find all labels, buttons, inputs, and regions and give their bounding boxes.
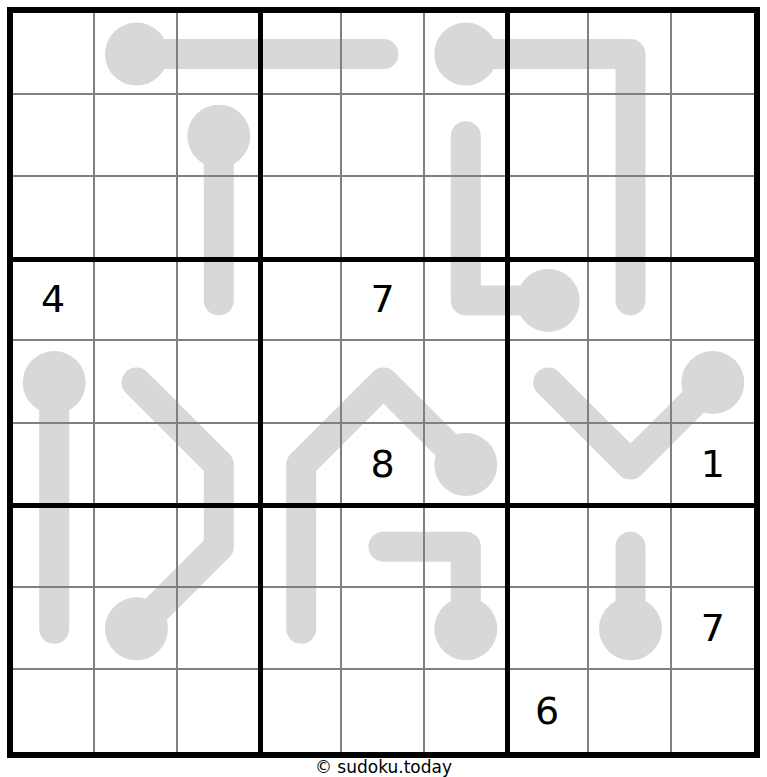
- cell-r2c5[interactable]: [342, 95, 424, 177]
- cell-r1c1[interactable]: [13, 13, 95, 95]
- cell-r6c9[interactable]: 1: [672, 424, 754, 506]
- cell-r1c2[interactable]: [95, 13, 177, 95]
- given-digit: 6: [535, 692, 559, 730]
- given-digit: 8: [370, 445, 394, 483]
- cell-r7c3[interactable]: [178, 506, 260, 588]
- given-digit: 7: [370, 280, 394, 318]
- cell-r3c6[interactable]: [425, 177, 507, 259]
- box-border-vertical-2: [505, 7, 510, 758]
- cell-r8c5[interactable]: [342, 588, 424, 670]
- thermo-sudoku-puzzle: 478176 © sudoku.today: [0, 0, 767, 777]
- cell-r9c8[interactable]: [589, 670, 671, 752]
- sudoku-grid: 478176: [7, 7, 760, 758]
- cell-r3c2[interactable]: [95, 177, 177, 259]
- cell-r8c3[interactable]: [178, 588, 260, 670]
- box-border-horizontal-1: [7, 257, 760, 262]
- cell-r7c1[interactable]: [13, 506, 95, 588]
- cell-r9c1[interactable]: [13, 670, 95, 752]
- cell-r4c8[interactable]: [589, 259, 671, 341]
- cell-r8c4[interactable]: [260, 588, 342, 670]
- cell-r4c3[interactable]: [178, 259, 260, 341]
- cell-r6c4[interactable]: [260, 424, 342, 506]
- cell-r8c7[interactable]: [507, 588, 589, 670]
- cell-r7c5[interactable]: [342, 506, 424, 588]
- cell-r4c9[interactable]: [672, 259, 754, 341]
- cell-r4c6[interactable]: [425, 259, 507, 341]
- box-border-vertical-1: [258, 7, 263, 758]
- cell-r1c4[interactable]: [260, 13, 342, 95]
- cell-r5c3[interactable]: [178, 341, 260, 423]
- cell-r7c7[interactable]: [507, 506, 589, 588]
- cell-r3c4[interactable]: [260, 177, 342, 259]
- cell-r2c7[interactable]: [507, 95, 589, 177]
- cell-r8c8[interactable]: [589, 588, 671, 670]
- cell-r7c9[interactable]: [672, 506, 754, 588]
- cell-r1c7[interactable]: [507, 13, 589, 95]
- cell-r8c6[interactable]: [425, 588, 507, 670]
- cell-r7c2[interactable]: [95, 506, 177, 588]
- given-digit: 4: [41, 280, 65, 318]
- cell-r6c8[interactable]: [589, 424, 671, 506]
- cell-r9c9[interactable]: [672, 670, 754, 752]
- cell-r5c7[interactable]: [507, 341, 589, 423]
- cell-r4c4[interactable]: [260, 259, 342, 341]
- box-border-horizontal-2: [7, 503, 760, 508]
- cell-r6c1[interactable]: [13, 424, 95, 506]
- cell-r6c6[interactable]: [425, 424, 507, 506]
- cell-r9c7[interactable]: 6: [507, 670, 589, 752]
- cell-r1c3[interactable]: [178, 13, 260, 95]
- cell-r5c1[interactable]: [13, 341, 95, 423]
- cell-r5c9[interactable]: [672, 341, 754, 423]
- cell-r9c2[interactable]: [95, 670, 177, 752]
- cell-r4c2[interactable]: [95, 259, 177, 341]
- cell-r2c6[interactable]: [425, 95, 507, 177]
- cell-r3c3[interactable]: [178, 177, 260, 259]
- cell-r5c5[interactable]: [342, 341, 424, 423]
- cell-r2c4[interactable]: [260, 95, 342, 177]
- cell-r6c7[interactable]: [507, 424, 589, 506]
- given-digit: 7: [701, 609, 725, 647]
- cell-r3c9[interactable]: [672, 177, 754, 259]
- cell-r9c6[interactable]: [425, 670, 507, 752]
- cell-r3c1[interactable]: [13, 177, 95, 259]
- cell-r6c3[interactable]: [178, 424, 260, 506]
- cell-r5c8[interactable]: [589, 341, 671, 423]
- cell-r4c1[interactable]: 4: [13, 259, 95, 341]
- cell-r5c6[interactable]: [425, 341, 507, 423]
- cell-r4c5[interactable]: 7: [342, 259, 424, 341]
- cell-r7c6[interactable]: [425, 506, 507, 588]
- cell-r1c5[interactable]: [342, 13, 424, 95]
- cell-r5c2[interactable]: [95, 341, 177, 423]
- cell-r7c8[interactable]: [589, 506, 671, 588]
- cell-r3c8[interactable]: [589, 177, 671, 259]
- cell-r3c7[interactable]: [507, 177, 589, 259]
- cell-r7c4[interactable]: [260, 506, 342, 588]
- cell-r5c4[interactable]: [260, 341, 342, 423]
- cell-r2c9[interactable]: [672, 95, 754, 177]
- cell-r9c4[interactable]: [260, 670, 342, 752]
- cell-r3c5[interactable]: [342, 177, 424, 259]
- cell-r6c5[interactable]: 8: [342, 424, 424, 506]
- cell-r1c6[interactable]: [425, 13, 507, 95]
- cell-r8c2[interactable]: [95, 588, 177, 670]
- cell-r8c1[interactable]: [13, 588, 95, 670]
- cell-r1c9[interactable]: [672, 13, 754, 95]
- cell-r9c3[interactable]: [178, 670, 260, 752]
- cell-r1c8[interactable]: [589, 13, 671, 95]
- given-digit: 1: [701, 445, 725, 483]
- cell-r2c3[interactable]: [178, 95, 260, 177]
- cell-r4c7[interactable]: [507, 259, 589, 341]
- cell-r6c2[interactable]: [95, 424, 177, 506]
- cell-r8c9[interactable]: 7: [672, 588, 754, 670]
- cell-r2c1[interactable]: [13, 95, 95, 177]
- cell-r9c5[interactable]: [342, 670, 424, 752]
- copyright-caption: © sudoku.today: [0, 757, 767, 777]
- cell-r2c2[interactable]: [95, 95, 177, 177]
- cell-r2c8[interactable]: [589, 95, 671, 177]
